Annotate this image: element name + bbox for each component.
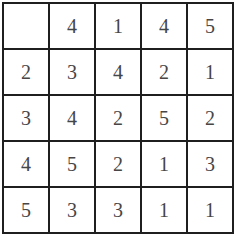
grid-cell: 1 [96, 4, 140, 48]
grid-cell: 2 [96, 96, 140, 140]
grid-cell: 4 [142, 4, 186, 48]
grid-cell: 2 [4, 50, 48, 94]
grid-cell: 4 [50, 4, 94, 48]
grid-cell: 4 [50, 96, 94, 140]
grid-cell: 3 [50, 50, 94, 94]
grid-cell: 1 [142, 188, 186, 232]
grid-cell: 5 [50, 142, 94, 186]
grid-cell: 1 [188, 50, 232, 94]
grid-cell: 3 [188, 142, 232, 186]
grid-cell: 4 [4, 142, 48, 186]
grid-cell: 2 [188, 96, 232, 140]
puzzle-grid: 414523421342524521353311 [2, 2, 234, 234]
grid-cell: 1 [142, 142, 186, 186]
grid-cell-empty [4, 4, 48, 48]
grid-cell: 1 [188, 188, 232, 232]
grid-cell: 3 [4, 96, 48, 140]
grid-cell: 2 [142, 50, 186, 94]
grid-cell: 3 [50, 188, 94, 232]
grid-cell: 2 [96, 142, 140, 186]
grid-cell: 3 [96, 188, 140, 232]
grid-cell: 5 [4, 188, 48, 232]
grid-cell: 5 [142, 96, 186, 140]
grid-cell: 4 [96, 50, 140, 94]
grid-cell: 5 [188, 4, 232, 48]
